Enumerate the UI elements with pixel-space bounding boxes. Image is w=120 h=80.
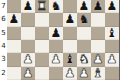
square-b2[interactable]: ♟	[21, 67, 35, 80]
square-g7[interactable]: ♟	[91, 0, 105, 13]
square-b6[interactable]	[21, 13, 35, 26]
square-f3[interactable]: ♞	[77, 53, 91, 66]
square-c2[interactable]	[35, 67, 49, 80]
rank-label-7: 7	[0, 0, 7, 13]
square-h5[interactable]: ♝	[105, 27, 119, 40]
square-e2[interactable]: ♟	[63, 67, 77, 80]
square-f7[interactable]: ♟	[77, 0, 91, 13]
square-c4[interactable]	[35, 40, 49, 53]
piece-black-pawn-g7[interactable]: ♟	[91, 0, 105, 13]
square-e6[interactable]: ♟	[63, 13, 77, 26]
square-g3[interactable]: ♟	[91, 53, 105, 66]
square-b3[interactable]: ♟	[21, 53, 35, 66]
piece-white-pawn-e2[interactable]: ♟	[63, 67, 77, 80]
piece-white-bishop-g2[interactable]: ♝	[91, 67, 105, 80]
piece-white-pawn-h3[interactable]: ♟	[105, 53, 119, 66]
square-f5[interactable]	[77, 27, 91, 40]
piece-white-pawn-g3[interactable]: ♟	[91, 53, 105, 66]
square-a7[interactable]	[7, 0, 21, 13]
square-a3[interactable]	[7, 53, 21, 66]
chess-diagram: 765432 ♟♜♞♟♟♟♟♟♞♟♝♟♟♝♞♟♟♟♟♟♝	[0, 0, 120, 80]
square-h7[interactable]: ♟	[105, 0, 119, 13]
square-d7[interactable]: ♞	[49, 0, 63, 13]
piece-black-pawn-f7[interactable]: ♟	[77, 0, 91, 13]
rank-label-2: 2	[0, 67, 7, 80]
square-d3[interactable]: ♟	[49, 53, 63, 66]
piece-black-pawn-d5[interactable]: ♟	[49, 27, 63, 40]
square-d5[interactable]: ♟	[49, 27, 63, 40]
square-h3[interactable]: ♟	[105, 53, 119, 66]
rank-label-3: 3	[0, 53, 7, 66]
piece-black-bishop-e3[interactable]: ♝	[63, 53, 77, 66]
piece-black-pawn-h7[interactable]: ♟	[105, 0, 119, 13]
piece-black-pawn-e6[interactable]: ♟	[63, 13, 77, 26]
square-c3[interactable]	[35, 53, 49, 66]
piece-white-rook-c7[interactable]: ♜	[35, 0, 49, 13]
square-g6[interactable]	[91, 13, 105, 26]
square-h2[interactable]	[105, 67, 119, 80]
rank-label-5: 5	[0, 27, 7, 40]
piece-white-pawn-d3[interactable]: ♟	[49, 53, 63, 66]
piece-white-pawn-b3[interactable]: ♟	[21, 53, 35, 66]
square-a4[interactable]	[7, 40, 21, 53]
square-f2[interactable]: ♟	[77, 67, 91, 80]
square-a6[interactable]: ♟	[7, 13, 21, 26]
rank-label-column: 765432	[0, 0, 7, 80]
square-b7[interactable]: ♟	[21, 0, 35, 13]
square-e4[interactable]	[63, 40, 77, 53]
piece-black-pawn-a6[interactable]: ♟	[7, 13, 21, 26]
square-e7[interactable]	[63, 0, 77, 13]
square-c5[interactable]	[35, 27, 49, 40]
piece-white-pawn-f2[interactable]: ♟	[77, 67, 91, 80]
square-d2[interactable]	[49, 67, 63, 80]
piece-white-pawn-b2[interactable]: ♟	[21, 67, 35, 80]
square-a2[interactable]	[7, 67, 21, 80]
chess-board[interactable]: ♟♜♞♟♟♟♟♟♞♟♝♟♟♝♞♟♟♟♟♟♝	[7, 0, 120, 80]
square-g2[interactable]: ♝	[91, 67, 105, 80]
square-b5[interactable]	[21, 27, 35, 40]
square-d6[interactable]	[49, 13, 63, 26]
piece-black-bishop-h5[interactable]: ♝	[105, 27, 119, 40]
square-g5[interactable]	[91, 27, 105, 40]
square-f6[interactable]: ♞	[77, 13, 91, 26]
square-e3[interactable]: ♝	[63, 53, 77, 66]
square-c7[interactable]: ♜	[35, 0, 49, 13]
piece-white-knight-f3[interactable]: ♞	[77, 53, 91, 66]
rank-label-4: 4	[0, 40, 7, 53]
square-e5[interactable]	[63, 27, 77, 40]
square-h6[interactable]	[105, 13, 119, 26]
piece-black-knight-f6[interactable]: ♞	[77, 13, 91, 26]
square-c6[interactable]	[35, 13, 49, 26]
piece-black-pawn-b7[interactable]: ♟	[21, 0, 35, 13]
piece-black-knight-d7[interactable]: ♞	[49, 0, 63, 13]
rank-label-6: 6	[0, 13, 7, 26]
square-a5[interactable]	[7, 27, 21, 40]
